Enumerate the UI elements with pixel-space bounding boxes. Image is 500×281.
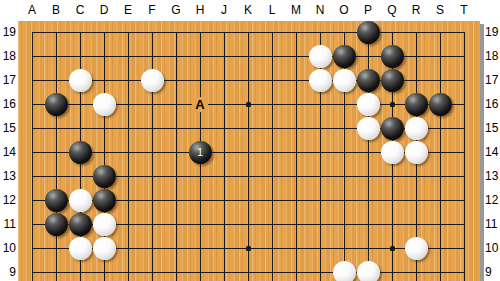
stone-white-C12 — [69, 189, 92, 212]
stone-black-Q18 — [381, 45, 404, 68]
stone-black-R16 — [405, 93, 428, 116]
row-label-left-13: 13 — [3, 169, 16, 183]
column-label-N: N — [316, 3, 325, 17]
column-label-R: R — [412, 3, 421, 17]
column-label-C: C — [76, 3, 85, 17]
row-label-left-10: 10 — [3, 241, 16, 255]
stone-white-D16 — [93, 93, 116, 116]
column-label-L: L — [269, 3, 276, 17]
stone-black-D12 — [93, 189, 116, 212]
row-label-left-11: 11 — [4, 217, 16, 231]
column-label-H: H — [196, 3, 205, 17]
board-edge-shadow — [480, 24, 484, 281]
stone-white-C10 — [69, 237, 92, 260]
column-label-M: M — [291, 3, 301, 17]
row-labels-left: 191817161514131211109 — [0, 20, 16, 281]
row-label-right-17: 17 — [485, 73, 498, 87]
stone-black-C11 — [69, 213, 92, 236]
go-board[interactable]: 1A — [18, 21, 480, 281]
star-point-Q10 — [390, 246, 395, 251]
column-label-E: E — [124, 3, 132, 17]
row-label-right-15: 15 — [485, 121, 498, 135]
column-label-D: D — [100, 3, 109, 17]
column-label-K: K — [244, 3, 252, 17]
stone-black-B11 — [45, 213, 68, 236]
stone-white-R10 — [405, 237, 428, 260]
row-label-right-9: 9 — [485, 265, 492, 279]
stone-white-R15 — [405, 117, 428, 140]
row-label-right-18: 18 — [485, 49, 498, 63]
row-label-right-16: 16 — [485, 97, 498, 111]
stone-black-B12 — [45, 189, 68, 212]
row-label-right-14: 14 — [485, 145, 498, 159]
row-label-left-9: 9 — [9, 265, 16, 279]
column-label-P: P — [364, 3, 372, 17]
column-label-S: S — [436, 3, 444, 17]
row-label-left-16: 16 — [3, 97, 16, 111]
stone-white-F17 — [141, 69, 164, 92]
stone-black-C14 — [69, 141, 92, 164]
stone-white-D11 — [93, 213, 116, 236]
column-label-J: J — [221, 3, 227, 17]
star-point-K16 — [246, 102, 251, 107]
annotation-A-H16: A — [192, 97, 207, 112]
stone-black-D13 — [93, 165, 116, 188]
row-label-right-19: 19 — [485, 25, 498, 39]
column-label-F: F — [148, 3, 155, 17]
row-label-left-12: 12 — [3, 193, 16, 207]
column-labels: ABCDEFGHJKLMNOPQRST — [20, 0, 476, 20]
row-label-left-14: 14 — [3, 145, 16, 159]
stone-black-P17 — [357, 69, 380, 92]
stone-black-O18 — [333, 45, 356, 68]
stone-black-B16 — [45, 93, 68, 116]
stone-white-P15 — [357, 117, 380, 140]
go-board-view: ABCDEFGHJKLMNOPQRST 19181716151413121110… — [0, 0, 500, 281]
stone-white-N17 — [309, 69, 332, 92]
stone-black-S16 — [429, 93, 452, 116]
row-label-left-18: 18 — [3, 49, 16, 63]
stone-white-N18 — [309, 45, 332, 68]
row-label-right-12: 12 — [485, 193, 498, 207]
row-label-left-19: 19 — [3, 25, 16, 39]
stone-white-Q14 — [381, 141, 404, 164]
star-point-K10 — [246, 246, 251, 251]
column-label-B: B — [52, 3, 60, 17]
row-label-right-13: 13 — [485, 169, 498, 183]
column-label-G: G — [171, 3, 180, 17]
stone-white-C17 — [69, 69, 92, 92]
row-labels-right: 191817161514131211109 — [485, 20, 500, 281]
stone-black-H14: 1 — [189, 141, 212, 164]
stone-white-D10 — [93, 237, 116, 260]
row-label-right-10: 10 — [485, 241, 498, 255]
row-label-left-15: 15 — [3, 121, 16, 135]
stone-white-O9 — [333, 261, 356, 281]
stone-white-P16 — [357, 93, 380, 116]
stone-white-R14 — [405, 141, 428, 164]
stone-white-O17 — [333, 69, 356, 92]
stone-white-P9 — [357, 261, 380, 281]
column-label-Q: Q — [387, 3, 396, 17]
stone-black-Q17 — [381, 69, 404, 92]
move-number-label-H14: 1 — [197, 147, 203, 158]
row-label-right-11: 11 — [485, 217, 497, 231]
column-label-A: A — [28, 3, 36, 17]
board-intersections[interactable]: 1A — [20, 20, 476, 281]
star-point-Q16 — [390, 102, 395, 107]
column-label-O: O — [339, 3, 348, 17]
row-label-left-17: 17 — [3, 73, 16, 87]
stone-black-Q15 — [381, 117, 404, 140]
column-label-T: T — [460, 3, 467, 17]
stone-black-P19 — [357, 21, 380, 44]
